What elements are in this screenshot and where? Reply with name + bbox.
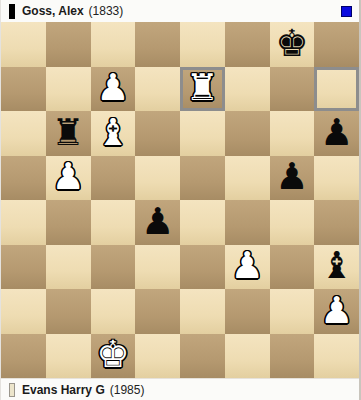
square-a7[interactable]: [1, 67, 46, 112]
square-d3[interactable]: [135, 245, 180, 290]
square-g3[interactable]: [270, 245, 315, 290]
square-g8[interactable]: ♚: [270, 22, 315, 67]
square-h1[interactable]: [314, 334, 359, 379]
square-b1[interactable]: [46, 334, 91, 379]
player-bar-bottom: Evans Harry G (1985): [1, 378, 359, 400]
square-f1[interactable]: [225, 334, 270, 379]
square-b6[interactable]: ♜: [46, 111, 91, 156]
square-h8[interactable]: [314, 22, 359, 67]
square-d7[interactable]: [135, 67, 180, 112]
square-h2[interactable]: ♟: [314, 289, 359, 334]
square-e2[interactable]: [180, 289, 225, 334]
piece-white-pawn[interactable]: ♟: [96, 69, 129, 106]
square-h5[interactable]: [314, 156, 359, 201]
piece-white-king[interactable]: ♚: [96, 336, 129, 373]
black-side-tag-icon: [9, 4, 15, 19]
square-d6[interactable]: [135, 111, 180, 156]
square-f2[interactable]: [225, 289, 270, 334]
square-a1[interactable]: [1, 334, 46, 379]
square-b5[interactable]: ♟: [46, 156, 91, 201]
square-b3[interactable]: [46, 245, 91, 290]
square-f4[interactable]: [225, 200, 270, 245]
piece-white-pawn[interactable]: ♟: [320, 292, 353, 329]
white-side-tag-icon: [9, 383, 15, 397]
square-h3[interactable]: ♝: [314, 245, 359, 290]
square-e4[interactable]: [180, 200, 225, 245]
square-f7[interactable]: [225, 67, 270, 112]
square-e6[interactable]: [180, 111, 225, 156]
to-move-indicator-icon: [341, 6, 352, 17]
square-e1[interactable]: [180, 334, 225, 379]
square-e8[interactable]: [180, 22, 225, 67]
piece-black-pawn[interactable]: ♟: [320, 114, 353, 151]
piece-white-bishop[interactable]: ♝: [96, 114, 129, 151]
player-name-bottom: Evans Harry G: [22, 383, 105, 397]
square-c1[interactable]: ♚: [91, 334, 136, 379]
square-g7[interactable]: [270, 67, 315, 112]
square-b2[interactable]: [46, 289, 91, 334]
square-h6[interactable]: ♟: [314, 111, 359, 156]
square-c5[interactable]: [91, 156, 136, 201]
square-c3[interactable]: [91, 245, 136, 290]
square-a5[interactable]: [1, 156, 46, 201]
piece-black-pawn[interactable]: ♟: [141, 203, 174, 240]
square-h4[interactable]: [314, 200, 359, 245]
square-g1[interactable]: [270, 334, 315, 379]
square-c2[interactable]: [91, 289, 136, 334]
square-g2[interactable]: [270, 289, 315, 334]
square-e3[interactable]: [180, 245, 225, 290]
square-d2[interactable]: [135, 289, 180, 334]
square-e7[interactable]: ♜: [180, 67, 225, 112]
square-d4[interactable]: ♟: [135, 200, 180, 245]
square-a6[interactable]: [1, 111, 46, 156]
square-b7[interactable]: [46, 67, 91, 112]
square-g5[interactable]: ♟: [270, 156, 315, 201]
square-c6[interactable]: ♝: [91, 111, 136, 156]
square-f5[interactable]: [225, 156, 270, 201]
square-c8[interactable]: [91, 22, 136, 67]
square-a4[interactable]: [1, 200, 46, 245]
player-rating-top: (1833): [89, 4, 124, 18]
square-d8[interactable]: [135, 22, 180, 67]
square-f3[interactable]: ♟: [225, 245, 270, 290]
square-h7[interactable]: [314, 67, 359, 112]
piece-black-bishop[interactable]: ♝: [320, 247, 353, 284]
square-c4[interactable]: [91, 200, 136, 245]
square-c7[interactable]: ♟: [91, 67, 136, 112]
square-a8[interactable]: [1, 22, 46, 67]
piece-white-rook[interactable]: ♜: [186, 69, 219, 106]
player-rating-bottom: (1985): [110, 383, 145, 397]
square-d1[interactable]: [135, 334, 180, 379]
piece-white-pawn[interactable]: ♟: [231, 247, 264, 284]
piece-black-pawn[interactable]: ♟: [275, 158, 308, 195]
square-d5[interactable]: [135, 156, 180, 201]
piece-black-king[interactable]: ♚: [275, 25, 308, 62]
piece-black-rook[interactable]: ♜: [52, 114, 85, 151]
square-f8[interactable]: [225, 22, 270, 67]
player-bar-top: Goss, Alex (1833): [1, 0, 359, 22]
square-e5[interactable]: [180, 156, 225, 201]
square-g4[interactable]: [270, 200, 315, 245]
square-a2[interactable]: [1, 289, 46, 334]
piece-white-pawn[interactable]: ♟: [52, 158, 85, 195]
square-b4[interactable]: [46, 200, 91, 245]
chess-game-window: Goss, Alex (1833) ♚♟♜♜♝♟♟♟♟♟♝♟♚ Evans Ha…: [0, 0, 361, 400]
square-f6[interactable]: [225, 111, 270, 156]
chess-board: ♚♟♜♜♝♟♟♟♟♟♝♟♚: [1, 22, 359, 378]
square-a3[interactable]: [1, 245, 46, 290]
player-name-top: Goss, Alex: [22, 4, 84, 18]
square-b8[interactable]: [46, 22, 91, 67]
square-g6[interactable]: [270, 111, 315, 156]
